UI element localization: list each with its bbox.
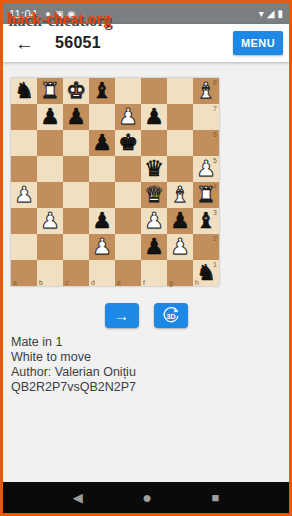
square-g2[interactable]: ♟ [167,234,193,260]
square-e1[interactable]: e [115,260,141,286]
white-queen: ♛ [144,184,164,206]
square-a4[interactable]: ♟ [11,182,37,208]
file-label-f: f [143,279,145,286]
square-d1[interactable]: d [89,260,115,286]
rank-label-3: 3 [213,209,217,216]
square-c4[interactable] [63,182,89,208]
rotate-3d-icon: 3D [161,306,181,326]
square-b3[interactable]: ♟ [37,208,63,234]
black-pawn: ♟ [92,210,112,232]
white-pawn: ♟ [40,210,60,232]
rank-label-6: 6 [213,131,217,138]
white-pawn: ♟ [118,106,138,128]
file-label-d: d [91,279,95,286]
app-screen: 11:04 ● ▣ ◉ ▾ ◢ ▮ ← 56051 MENU ♞♜♚♝♝8♟♟♟… [0,0,292,516]
puzzle-number-title: 56051 [55,34,101,52]
rank-label-7: 7 [213,105,217,112]
square-e4[interactable] [115,182,141,208]
square-g8[interactable] [167,78,193,104]
white-pawn: ♟ [196,158,216,180]
white-pawn: ♟ [14,184,34,206]
white-rook: ♜ [40,80,60,102]
white-pawn: ♟ [92,236,112,258]
square-b5[interactable] [37,156,63,182]
author-text: Author: Valerian Onițiu [11,365,289,380]
square-c3[interactable] [63,208,89,234]
square-e6[interactable]: ♚ [115,130,141,156]
forward-arrow-icon: → [114,308,129,323]
square-b8[interactable]: ♜ [37,78,63,104]
square-e2[interactable] [115,234,141,260]
black-pawn: ♟ [144,236,164,258]
square-a5[interactable] [11,156,37,182]
nav-recents-icon[interactable]: ■ [211,491,219,504]
black-bishop: ♝ [92,80,112,102]
notification-icon-3: ◉ [67,9,75,19]
square-f4[interactable]: ♛ [141,182,167,208]
square-h4[interactable]: ♜4 [193,182,219,208]
rank-label-5: 5 [213,157,217,164]
square-h2[interactable]: 2 [193,234,219,260]
square-f7[interactable]: ♟ [141,104,167,130]
square-a7[interactable] [11,104,37,130]
notification-icon-2: ▣ [55,9,64,19]
square-f5[interactable]: ♛ [141,156,167,182]
square-g4[interactable]: ♝ [167,182,193,208]
toolbar: ← 56051 MENU [3,24,289,62]
white-pawn: ♟ [170,236,190,258]
square-d4[interactable] [89,182,115,208]
action-buttons-row: → 3D [3,303,289,328]
square-c5[interactable] [63,156,89,182]
file-label-b: b [39,279,43,286]
black-pawn: ♟ [170,210,190,232]
file-label-a: a [13,279,17,286]
main-content: ♞♜♚♝♝8♟♟♟♟7♟♚6♛♟5♟♛♝♜4♟♟♟♟♝3♟♟♟2abcdefg♞… [3,62,289,482]
white-pawn: ♟ [144,210,164,232]
square-h7[interactable]: 7 [193,104,219,130]
wifi-icon: ▾ [259,8,264,19]
square-e3[interactable] [115,208,141,234]
black-knight: ♞ [14,80,34,102]
chess-board: ♞♜♚♝♝8♟♟♟♟7♟♚6♛♟5♟♛♝♜4♟♟♟♟♝3♟♟♟2abcdefg♞… [11,78,219,286]
square-c6[interactable] [63,130,89,156]
notification-icon-1: ● [45,9,50,19]
file-label-e: e [117,279,121,286]
white-bishop: ♝ [196,80,216,102]
side-to-move-text: White to move [11,350,289,365]
back-arrow-icon[interactable]: ← [15,34,41,53]
square-d5[interactable] [89,156,115,182]
stipulation-text: Mate in 1 [11,335,289,350]
square-h8[interactable]: ♝8 [193,78,219,104]
square-b4[interactable] [37,182,63,208]
square-g6[interactable] [167,130,193,156]
square-f1[interactable]: f [141,260,167,286]
square-e8[interactable] [115,78,141,104]
square-f3[interactable]: ♟ [141,208,167,234]
rank-label-8: 8 [213,79,217,86]
square-d6[interactable]: ♟ [89,130,115,156]
square-a8[interactable]: ♞ [11,78,37,104]
rank-label-2: 2 [213,235,217,242]
nav-back-icon[interactable]: ◀ [73,491,83,504]
square-h1[interactable]: ♞h1 [193,260,219,286]
square-e7[interactable]: ♟ [115,104,141,130]
black-bishop: ♝ [196,210,216,232]
rank-label-4: 4 [213,183,217,190]
square-d7[interactable] [89,104,115,130]
black-pawn: ♟ [40,106,60,128]
file-label-h: h [195,279,199,286]
square-c7[interactable]: ♟ [63,104,89,130]
white-bishop: ♝ [170,184,190,206]
file-label-c: c [65,279,69,286]
view-3d-button[interactable]: 3D [154,303,188,328]
square-b6[interactable] [37,130,63,156]
square-f8[interactable] [141,78,167,104]
square-g5[interactable] [167,156,193,182]
black-king: ♚ [118,132,138,154]
file-label-g: g [169,279,173,286]
square-a1[interactable]: a [11,260,37,286]
square-d8[interactable]: ♝ [89,78,115,104]
square-a6[interactable] [11,130,37,156]
nav-home-icon[interactable]: ● [142,490,152,506]
android-nav-bar: ◀ ● ■ [3,482,289,513]
square-a3[interactable] [11,208,37,234]
black-pawn: ♟ [66,106,86,128]
square-h5[interactable]: ♟5 [193,156,219,182]
square-f2[interactable]: ♟ [141,234,167,260]
rank-label-1: 1 [213,261,217,268]
square-b7[interactable]: ♟ [37,104,63,130]
material-signature-text: QB2R2P7vsQB2N2P7 [11,380,289,395]
square-b2[interactable] [37,234,63,260]
black-pawn: ♟ [92,132,112,154]
square-h6[interactable]: 6 [193,130,219,156]
battery-icon: ▮ [277,8,283,19]
square-d2[interactable]: ♟ [89,234,115,260]
square-g3[interactable]: ♟ [167,208,193,234]
status-time: 11:04 [9,8,37,20]
square-g7[interactable] [167,104,193,130]
square-g1[interactable]: g [167,260,193,286]
puzzle-info: Mate in 1 White to move Author: Valerian… [11,335,289,395]
square-h3[interactable]: ♝3 [193,208,219,234]
square-c8[interactable]: ♚ [63,78,89,104]
square-a2[interactable] [11,234,37,260]
square-f6[interactable] [141,130,167,156]
square-e5[interactable] [115,156,141,182]
menu-button[interactable]: MENU [233,31,283,55]
next-move-button[interactable]: → [105,303,139,328]
white-king: ♚ [66,80,86,102]
black-queen: ♛ [144,158,164,180]
square-c2[interactable] [63,234,89,260]
square-b1[interactable]: b [37,260,63,286]
square-d3[interactable]: ♟ [89,208,115,234]
cell-signal-icon: ◢ [267,8,275,19]
black-pawn: ♟ [144,106,164,128]
black-knight: ♞ [196,262,216,284]
square-c1[interactable]: c [63,260,89,286]
rotate-3d-label: 3D [166,312,176,321]
status-bar: 11:04 ● ▣ ◉ ▾ ◢ ▮ [3,3,289,24]
white-rook: ♜ [196,184,216,206]
